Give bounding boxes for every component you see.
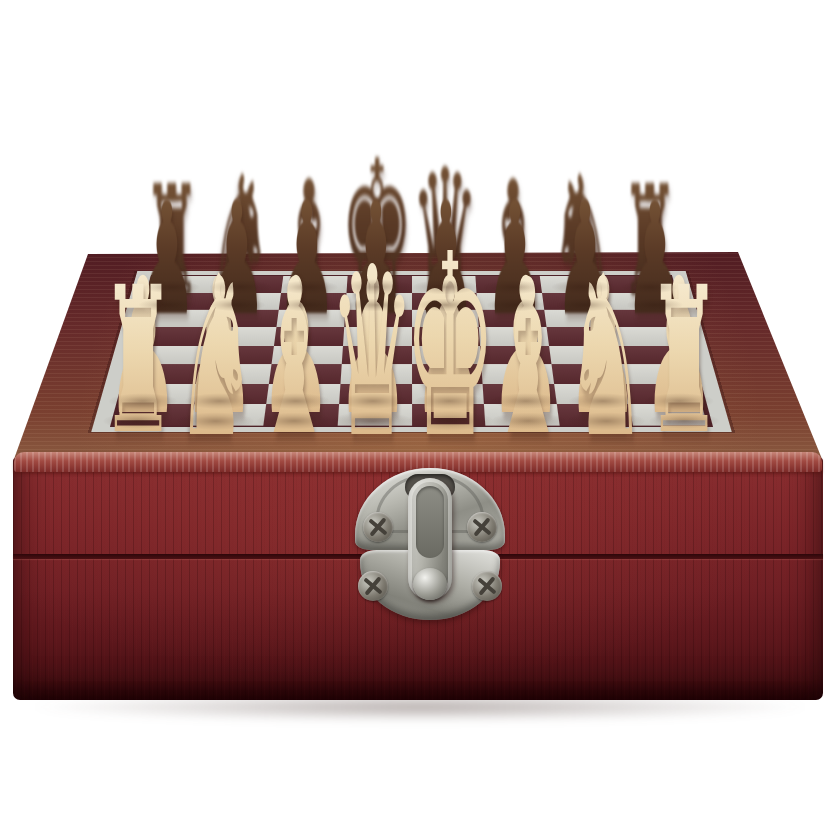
square-c4 xyxy=(272,346,343,365)
square-e7 xyxy=(412,293,478,310)
square-g3 xyxy=(551,364,625,384)
square-c5 xyxy=(274,327,344,345)
square-b8 xyxy=(216,276,283,292)
square-f2 xyxy=(483,384,557,404)
square-d1 xyxy=(338,404,412,425)
square-d6 xyxy=(344,310,411,328)
latch-hook-ball xyxy=(413,568,447,600)
square-b5 xyxy=(206,327,277,345)
square-f7 xyxy=(477,293,544,310)
square-e5 xyxy=(412,327,481,345)
square-a8 xyxy=(151,276,219,292)
square-f5 xyxy=(479,327,549,345)
square-e6 xyxy=(412,310,479,328)
square-b2 xyxy=(194,384,269,404)
square-f1 xyxy=(484,404,559,425)
square-g6 xyxy=(544,310,614,328)
square-a6 xyxy=(142,310,213,328)
square-e1 xyxy=(412,404,486,425)
square-c7 xyxy=(279,293,346,310)
square-c8 xyxy=(281,276,347,292)
square-h3 xyxy=(621,364,696,384)
screw-icon xyxy=(363,512,393,542)
square-b1 xyxy=(190,404,267,425)
chess-board xyxy=(116,276,708,425)
square-d4 xyxy=(342,346,412,365)
square-h4 xyxy=(617,346,691,365)
square-e4 xyxy=(412,346,482,365)
square-g5 xyxy=(546,327,617,345)
square-a2 xyxy=(121,384,198,404)
square-c2 xyxy=(266,384,340,404)
square-a1 xyxy=(116,404,194,425)
square-h8 xyxy=(604,276,672,292)
square-e8 xyxy=(412,276,477,292)
latch xyxy=(355,468,505,622)
square-a4 xyxy=(132,346,206,365)
square-a7 xyxy=(147,293,217,310)
screw-icon xyxy=(472,571,502,601)
square-c1 xyxy=(264,404,339,425)
square-b7 xyxy=(213,293,282,310)
square-c3 xyxy=(269,364,341,384)
square-h6 xyxy=(610,310,681,328)
screw-icon xyxy=(358,571,388,601)
square-g7 xyxy=(542,293,611,310)
square-h2 xyxy=(625,384,702,404)
square-f3 xyxy=(481,364,553,384)
square-g8 xyxy=(540,276,607,292)
square-h7 xyxy=(607,293,677,310)
square-b3 xyxy=(198,364,272,384)
square-c6 xyxy=(277,310,346,328)
square-f6 xyxy=(478,310,547,328)
square-g1 xyxy=(557,404,634,425)
square-d5 xyxy=(343,327,412,345)
square-f4 xyxy=(480,346,551,365)
board-frame xyxy=(91,271,732,432)
square-a3 xyxy=(127,364,202,384)
square-d2 xyxy=(339,384,412,404)
square-e3 xyxy=(412,364,483,384)
board-perspective-wrap xyxy=(91,271,732,432)
square-h1 xyxy=(629,404,707,425)
chess-box-photo: ♜♞♝♚♛♝♞♜♟♟♟♟♟♟♟♟♟♟♟♟♟♟♟♟♜♞♝♛♚♝♞♜ xyxy=(0,0,840,840)
square-g4 xyxy=(549,346,621,365)
square-d7 xyxy=(345,293,411,310)
screw-icon xyxy=(467,512,497,542)
square-a5 xyxy=(137,327,209,345)
square-b6 xyxy=(209,310,279,328)
square-h5 xyxy=(614,327,686,345)
square-d3 xyxy=(340,364,411,384)
square-f8 xyxy=(476,276,542,292)
square-e2 xyxy=(412,384,485,404)
square-g2 xyxy=(554,384,629,404)
square-d8 xyxy=(346,276,411,292)
square-b4 xyxy=(202,346,274,365)
